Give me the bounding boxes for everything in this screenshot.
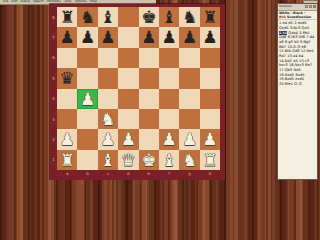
square-f3[interactable] (159, 109, 179, 129)
square-g7[interactable]: ♟ (179, 27, 199, 47)
square-h1[interactable]: ♜ (200, 150, 220, 170)
square-a8[interactable]: ♜ (57, 7, 77, 27)
black-rook-piece[interactable]: ♜ (60, 7, 75, 27)
square-f6[interactable] (159, 48, 179, 68)
black-queen-piece[interactable]: ♛ (60, 68, 75, 88)
black-pawn-piece[interactable]: ♟ (80, 27, 95, 47)
file-label-e: e (139, 171, 159, 176)
white-knight-piece[interactable]: ♞ (182, 150, 197, 170)
white-king-piece[interactable]: ♚ (141, 150, 156, 170)
menu-search[interactable]: Search (33, 0, 43, 3)
black-pawn-piece[interactable]: ♟ (182, 27, 197, 47)
square-g3[interactable] (179, 109, 199, 129)
move-bxc3[interactable]: bxc3 (279, 63, 288, 67)
menu-tools[interactable]: Tools (64, 0, 71, 3)
move-Qxb4[interactable]: Qxb4 (288, 31, 298, 35)
black-pawn-piece[interactable]: ♟ (141, 27, 156, 47)
black-bishop-piece[interactable]: ♝ (162, 7, 177, 27)
square-c4[interactable] (98, 89, 118, 109)
white-pawn-piece[interactable]: ♟ (162, 129, 177, 149)
menu-options[interactable]: Options (75, 0, 87, 3)
menu-file[interactable]: File (3, 0, 8, 3)
rank-labels: 87654321 (50, 7, 57, 170)
white-pawn-piece[interactable]: ♟ (202, 129, 217, 149)
square-h8[interactable]: ♜ (200, 7, 220, 27)
square-a1[interactable]: ♜ (57, 150, 77, 170)
move-16.Nxc3[interactable]: 16.Nxc3 (289, 63, 304, 67)
rank-label-7: 7 (50, 27, 57, 47)
square-g5[interactable] (179, 68, 199, 88)
rank-label-1: 1 (50, 150, 57, 170)
opening-name: Scandinavian (287, 15, 311, 19)
square-e6[interactable] (139, 48, 159, 68)
move-b5[interactable]: b5 (294, 40, 299, 44)
file-label-g: g (179, 171, 199, 176)
square-e4[interactable] (139, 89, 159, 109)
move-Be7[interactable]: Be7 (305, 63, 312, 67)
move-2.exd5[interactable]: 2.exd5 (294, 21, 306, 25)
square-b5[interactable] (77, 68, 97, 88)
square-b6[interactable] (77, 48, 97, 68)
square-b8[interactable]: ♞ (77, 7, 97, 27)
square-a3[interactable] (57, 109, 77, 129)
square-d1[interactable]: ♛ (118, 150, 138, 170)
square-g1[interactable]: ♞ (179, 150, 199, 170)
move-b4[interactable]: b4 (299, 54, 304, 58)
square-d7[interactable] (118, 27, 138, 47)
square-f8[interactable]: ♝ (159, 7, 179, 27)
move-13.a4[interactable]: 13.a4 (287, 54, 297, 58)
square-e7[interactable]: ♟ (139, 27, 159, 47)
square-b2[interactable] (77, 129, 97, 149)
square-g4[interactable] (179, 89, 199, 109)
move-O-O[interactable]: O-O (294, 82, 301, 86)
square-b1[interactable] (77, 150, 97, 170)
board[interactable]: ♜♞♝♚♝♞♜♟♟♟♟♟♟♟♛♟♞♟♟♟♟♟♟♜♝♛♚♝♞♜ (57, 7, 220, 170)
move-Qd8[interactable]: Qd8 (292, 49, 299, 53)
file-label-f: f (159, 171, 179, 176)
square-d4[interactable] (118, 89, 138, 109)
black-pawn-piece[interactable]: ♟ (162, 27, 177, 47)
move-d5[interactable]: d5 (288, 21, 293, 25)
square-h2[interactable]: ♟ (200, 129, 220, 149)
square-f7[interactable]: ♟ (159, 27, 179, 47)
white-pawn-piece[interactable]: ♟ (100, 129, 115, 149)
file-labels: abcdefgh (57, 171, 220, 176)
notation-title: Notation (279, 5, 305, 8)
black-rook-piece[interactable]: ♜ (202, 7, 217, 27)
square-b7[interactable]: ♟ (77, 27, 97, 47)
move-6.Nf3[interactable]: 6.Nf3 (288, 35, 298, 39)
file-label-h: h (200, 171, 220, 176)
square-c8[interactable]: ♝ (98, 7, 118, 27)
square-a2[interactable]: ♟ (57, 129, 77, 149)
rank-label-3: 3 (50, 109, 57, 129)
move-1.e4[interactable]: 1.e4 (279, 21, 287, 25)
square-f5[interactable] (159, 68, 179, 88)
move-17.Qb3[interactable]: 17.Qb3 (279, 68, 292, 72)
square-d2[interactable]: ♟ (118, 129, 138, 149)
white-rook-piece[interactable]: ♜ (60, 150, 75, 170)
square-a6[interactable] (57, 48, 77, 68)
file-label-c: c (98, 171, 118, 176)
square-e2[interactable] (139, 129, 159, 149)
board-window: 87654321 ♜♞♝♚♝♞♜♟♟♟♟♟♟♟♛♟♞♟♟♟♟♟♟♜♝♛♚♝♞♜ … (50, 4, 225, 180)
white-pawn-piece[interactable]: ♟ (80, 89, 95, 109)
move-Ra7[interactable]: Ra7 (279, 54, 286, 58)
notation-window: Notation – □ × White - Black * B01 Scand… (277, 3, 318, 180)
move-Bxd5[interactable]: Bxd5 (295, 73, 304, 77)
file-label-d: d (118, 171, 138, 176)
square-h7[interactable]: ♟ (200, 27, 220, 47)
square-e8[interactable]: ♚ (139, 7, 159, 27)
square-c6[interactable] (98, 48, 118, 68)
square-h6[interactable] (200, 48, 220, 68)
square-h4[interactable] (200, 89, 220, 109)
square-b4[interactable]: ♟ (77, 89, 97, 109)
move-4.b4[interactable]: 4.b4 (279, 31, 287, 35)
opening-line: B01 Scandinavian (279, 15, 316, 19)
black-pawn-piece[interactable]: ♟ (60, 27, 75, 47)
move-12.Ne5[interactable]: 12.Ne5 (301, 49, 314, 53)
rank-label-5: 5 (50, 68, 57, 88)
white-bishop-piece[interactable]: ♝ (162, 150, 177, 170)
move-Qd6[interactable]: Qd6 (279, 35, 286, 39)
move-exd5[interactable]: exd5 (295, 77, 304, 81)
square-d5[interactable] (118, 68, 138, 88)
white-queen-piece[interactable]: ♛ (121, 150, 136, 170)
white-pawn-piece[interactable]: ♟ (182, 129, 197, 149)
black-pawn-piece[interactable]: ♟ (202, 27, 217, 47)
move-3.Nc3[interactable]: 3.Nc3 (290, 26, 300, 30)
rank-label-2: 2 (50, 129, 57, 149)
square-e5[interactable] (139, 68, 159, 88)
square-c5[interactable] (98, 68, 118, 88)
move-9.Bg2[interactable]: 9.Bg2 (300, 40, 310, 44)
move-Nd5[interactable]: Nd5 (293, 68, 300, 72)
rank-label-6: 6 (50, 48, 57, 68)
file-label-b: b (77, 171, 97, 176)
square-e1[interactable]: ♚ (139, 150, 159, 170)
square-c3[interactable]: ♞ (98, 109, 118, 129)
move-14.Na2[interactable]: 14.Na2 (279, 59, 292, 63)
square-c7[interactable]: ♟ (98, 27, 118, 47)
menu-help[interactable]: Help (90, 0, 97, 3)
panel-close-icon[interactable]: × (313, 5, 316, 8)
move-11.Bf4[interactable]: 11.Bf4 (279, 49, 291, 53)
square-f1[interactable]: ♝ (159, 150, 179, 170)
menu-windows[interactable]: Windows (47, 0, 60, 3)
square-a5[interactable]: ♛ (57, 68, 77, 88)
move-10.O-O[interactable]: 10.O-O (287, 45, 300, 49)
white-bishop-piece[interactable]: ♝ (100, 150, 115, 170)
move-15.c3[interactable]: 15.c3 (299, 59, 309, 63)
white-pawn-piece[interactable]: ♟ (60, 129, 75, 149)
move-20.Rfe1[interactable]: 20.Rfe1 (279, 82, 293, 86)
move-list[interactable]: 1.e4 d5 2.exd5 Qxd5 3.Nc3 Qa5 4.b4 Qxb4 … (278, 20, 317, 87)
white-knight-piece[interactable]: ♞ (100, 109, 115, 129)
square-g6[interactable] (179, 48, 199, 68)
move-7.d4[interactable]: 7.d4 (306, 35, 314, 39)
square-b3[interactable] (77, 109, 97, 129)
move-Bb7[interactable]: Bb7 (279, 45, 286, 49)
white-rook-piece[interactable]: ♜ (202, 150, 217, 170)
move-a6[interactable]: a6 (279, 40, 284, 44)
square-g8[interactable]: ♞ (179, 7, 199, 27)
rank-label-4: 4 (50, 89, 57, 109)
square-g2[interactable]: ♟ (179, 129, 199, 149)
rank-label-8: 8 (50, 7, 57, 27)
eco-code: B01 (279, 15, 286, 19)
file-label-a: a (57, 171, 77, 176)
square-c2[interactable]: ♟ (98, 129, 118, 149)
move-Qxd5[interactable]: Qxd5 (279, 26, 289, 30)
black-knight-piece[interactable]: ♞ (80, 7, 95, 27)
move-8.g3[interactable]: 8.g3 (285, 40, 293, 44)
square-e3[interactable] (139, 109, 159, 129)
square-h5[interactable] (200, 68, 220, 88)
black-pawn-piece[interactable]: ♟ (100, 27, 115, 47)
square-h3[interactable] (200, 109, 220, 129)
square-a7[interactable]: ♟ (57, 27, 77, 47)
move-18.Nxd5[interactable]: 18.Nxd5 (279, 73, 294, 77)
move-Nf6[interactable]: Nf6 (299, 35, 305, 39)
black-king-piece[interactable]: ♚ (141, 7, 156, 27)
square-f4[interactable] (159, 89, 179, 109)
square-a4[interactable] (57, 89, 77, 109)
black-knight-piece[interactable]: ♞ (182, 7, 197, 27)
move-a5[interactable]: a5 (293, 59, 298, 63)
square-f2[interactable]: ♟ (159, 129, 179, 149)
move-19.Bxd5[interactable]: 19.Bxd5 (279, 77, 294, 81)
move-5.Rb1[interactable]: 5.Rb1 (299, 31, 310, 35)
menu-edit[interactable]: Edit (12, 0, 18, 3)
menu-game[interactable]: Game (21, 0, 30, 3)
square-d6[interactable] (118, 48, 138, 68)
black-bishop-piece[interactable]: ♝ (100, 7, 115, 27)
move-Qa5[interactable]: Qa5 (302, 26, 309, 30)
square-d3[interactable] (118, 109, 138, 129)
game-header: White - Black * B01 Scandinavian (278, 11, 317, 21)
white-pawn-piece[interactable]: ♟ (121, 129, 136, 149)
move-e6[interactable]: e6 (302, 45, 307, 49)
square-d8[interactable] (118, 7, 138, 27)
square-c1[interactable]: ♝ (98, 150, 118, 170)
